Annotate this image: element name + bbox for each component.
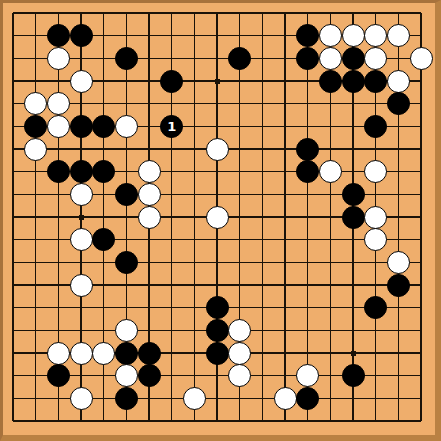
black-stone: [206, 342, 229, 365]
black-stone: [138, 364, 161, 387]
black-stone: [92, 115, 115, 138]
black-stone: [92, 228, 115, 251]
star-point: [215, 79, 220, 84]
white-stone: [364, 47, 387, 70]
white-stone: [138, 183, 161, 206]
black-stone: [47, 364, 70, 387]
black-stone-move-1: 1: [160, 115, 183, 138]
white-stone: [319, 160, 342, 183]
black-stone: [92, 160, 115, 183]
black-stone: [342, 364, 365, 387]
white-stone: [228, 364, 251, 387]
white-stone: [70, 183, 93, 206]
white-stone: [342, 24, 365, 47]
white-stone: [206, 138, 229, 161]
white-stone: [319, 24, 342, 47]
black-stone: [70, 24, 93, 47]
white-stone: [319, 47, 342, 70]
white-stone: [183, 387, 206, 410]
grid-line-vertical: [262, 13, 264, 421]
white-stone: [138, 160, 161, 183]
black-stone: [296, 387, 319, 410]
black-stone: [115, 251, 138, 274]
white-stone: [47, 47, 70, 70]
white-stone: [364, 24, 387, 47]
black-stone: [70, 160, 93, 183]
black-stone: [296, 160, 319, 183]
black-stone: [228, 47, 251, 70]
white-stone: [364, 206, 387, 229]
star-point: [79, 215, 84, 220]
white-stone: [47, 115, 70, 138]
black-stone: [24, 115, 47, 138]
grid-line-horizontal: [13, 262, 421, 264]
black-stone: [387, 92, 410, 115]
black-stone: [387, 274, 410, 297]
white-stone: [115, 319, 138, 342]
white-stone: [364, 228, 387, 251]
white-stone: [206, 206, 229, 229]
black-stone: [47, 160, 70, 183]
black-stone: [364, 296, 387, 319]
black-stone: [296, 24, 319, 47]
white-stone: [387, 251, 410, 274]
white-stone: [228, 342, 251, 365]
white-stone: [92, 342, 115, 365]
white-stone: [296, 364, 319, 387]
black-stone: [115, 342, 138, 365]
black-stone: [160, 70, 183, 93]
white-stone: [70, 274, 93, 297]
white-stone: [47, 342, 70, 365]
white-stone: [47, 92, 70, 115]
white-stone: [70, 387, 93, 410]
black-stone: [342, 70, 365, 93]
black-stone: [319, 70, 342, 93]
grid-line-vertical: [284, 13, 286, 421]
white-stone: [115, 364, 138, 387]
black-stone: [364, 70, 387, 93]
black-stone: [342, 183, 365, 206]
grid-line-vertical: [420, 13, 422, 421]
black-stone: [115, 387, 138, 410]
black-stone: [47, 24, 70, 47]
white-stone: [70, 228, 93, 251]
white-stone: [387, 24, 410, 47]
black-stone: [138, 342, 161, 365]
black-stone: [296, 47, 319, 70]
black-stone: [115, 183, 138, 206]
white-stone: [70, 70, 93, 93]
white-stone: [364, 160, 387, 183]
white-stone: [115, 115, 138, 138]
black-stone: [296, 138, 319, 161]
grid-line-vertical: [307, 13, 309, 421]
white-stone: [24, 92, 47, 115]
black-stone: [342, 206, 365, 229]
black-stone: [342, 47, 365, 70]
black-stone: [364, 115, 387, 138]
white-stone: [410, 47, 433, 70]
black-stone: [115, 47, 138, 70]
white-stone: [274, 387, 297, 410]
white-stone: [70, 342, 93, 365]
go-board: 1: [0, 0, 441, 441]
white-stone: [24, 138, 47, 161]
black-stone: [206, 319, 229, 342]
black-stone: [206, 296, 229, 319]
grid-line-horizontal: [13, 420, 421, 422]
move-number-label: 1: [167, 120, 176, 133]
white-stone: [228, 319, 251, 342]
white-stone: [387, 70, 410, 93]
black-stone: [70, 115, 93, 138]
white-stone: [138, 206, 161, 229]
star-point: [351, 351, 356, 356]
